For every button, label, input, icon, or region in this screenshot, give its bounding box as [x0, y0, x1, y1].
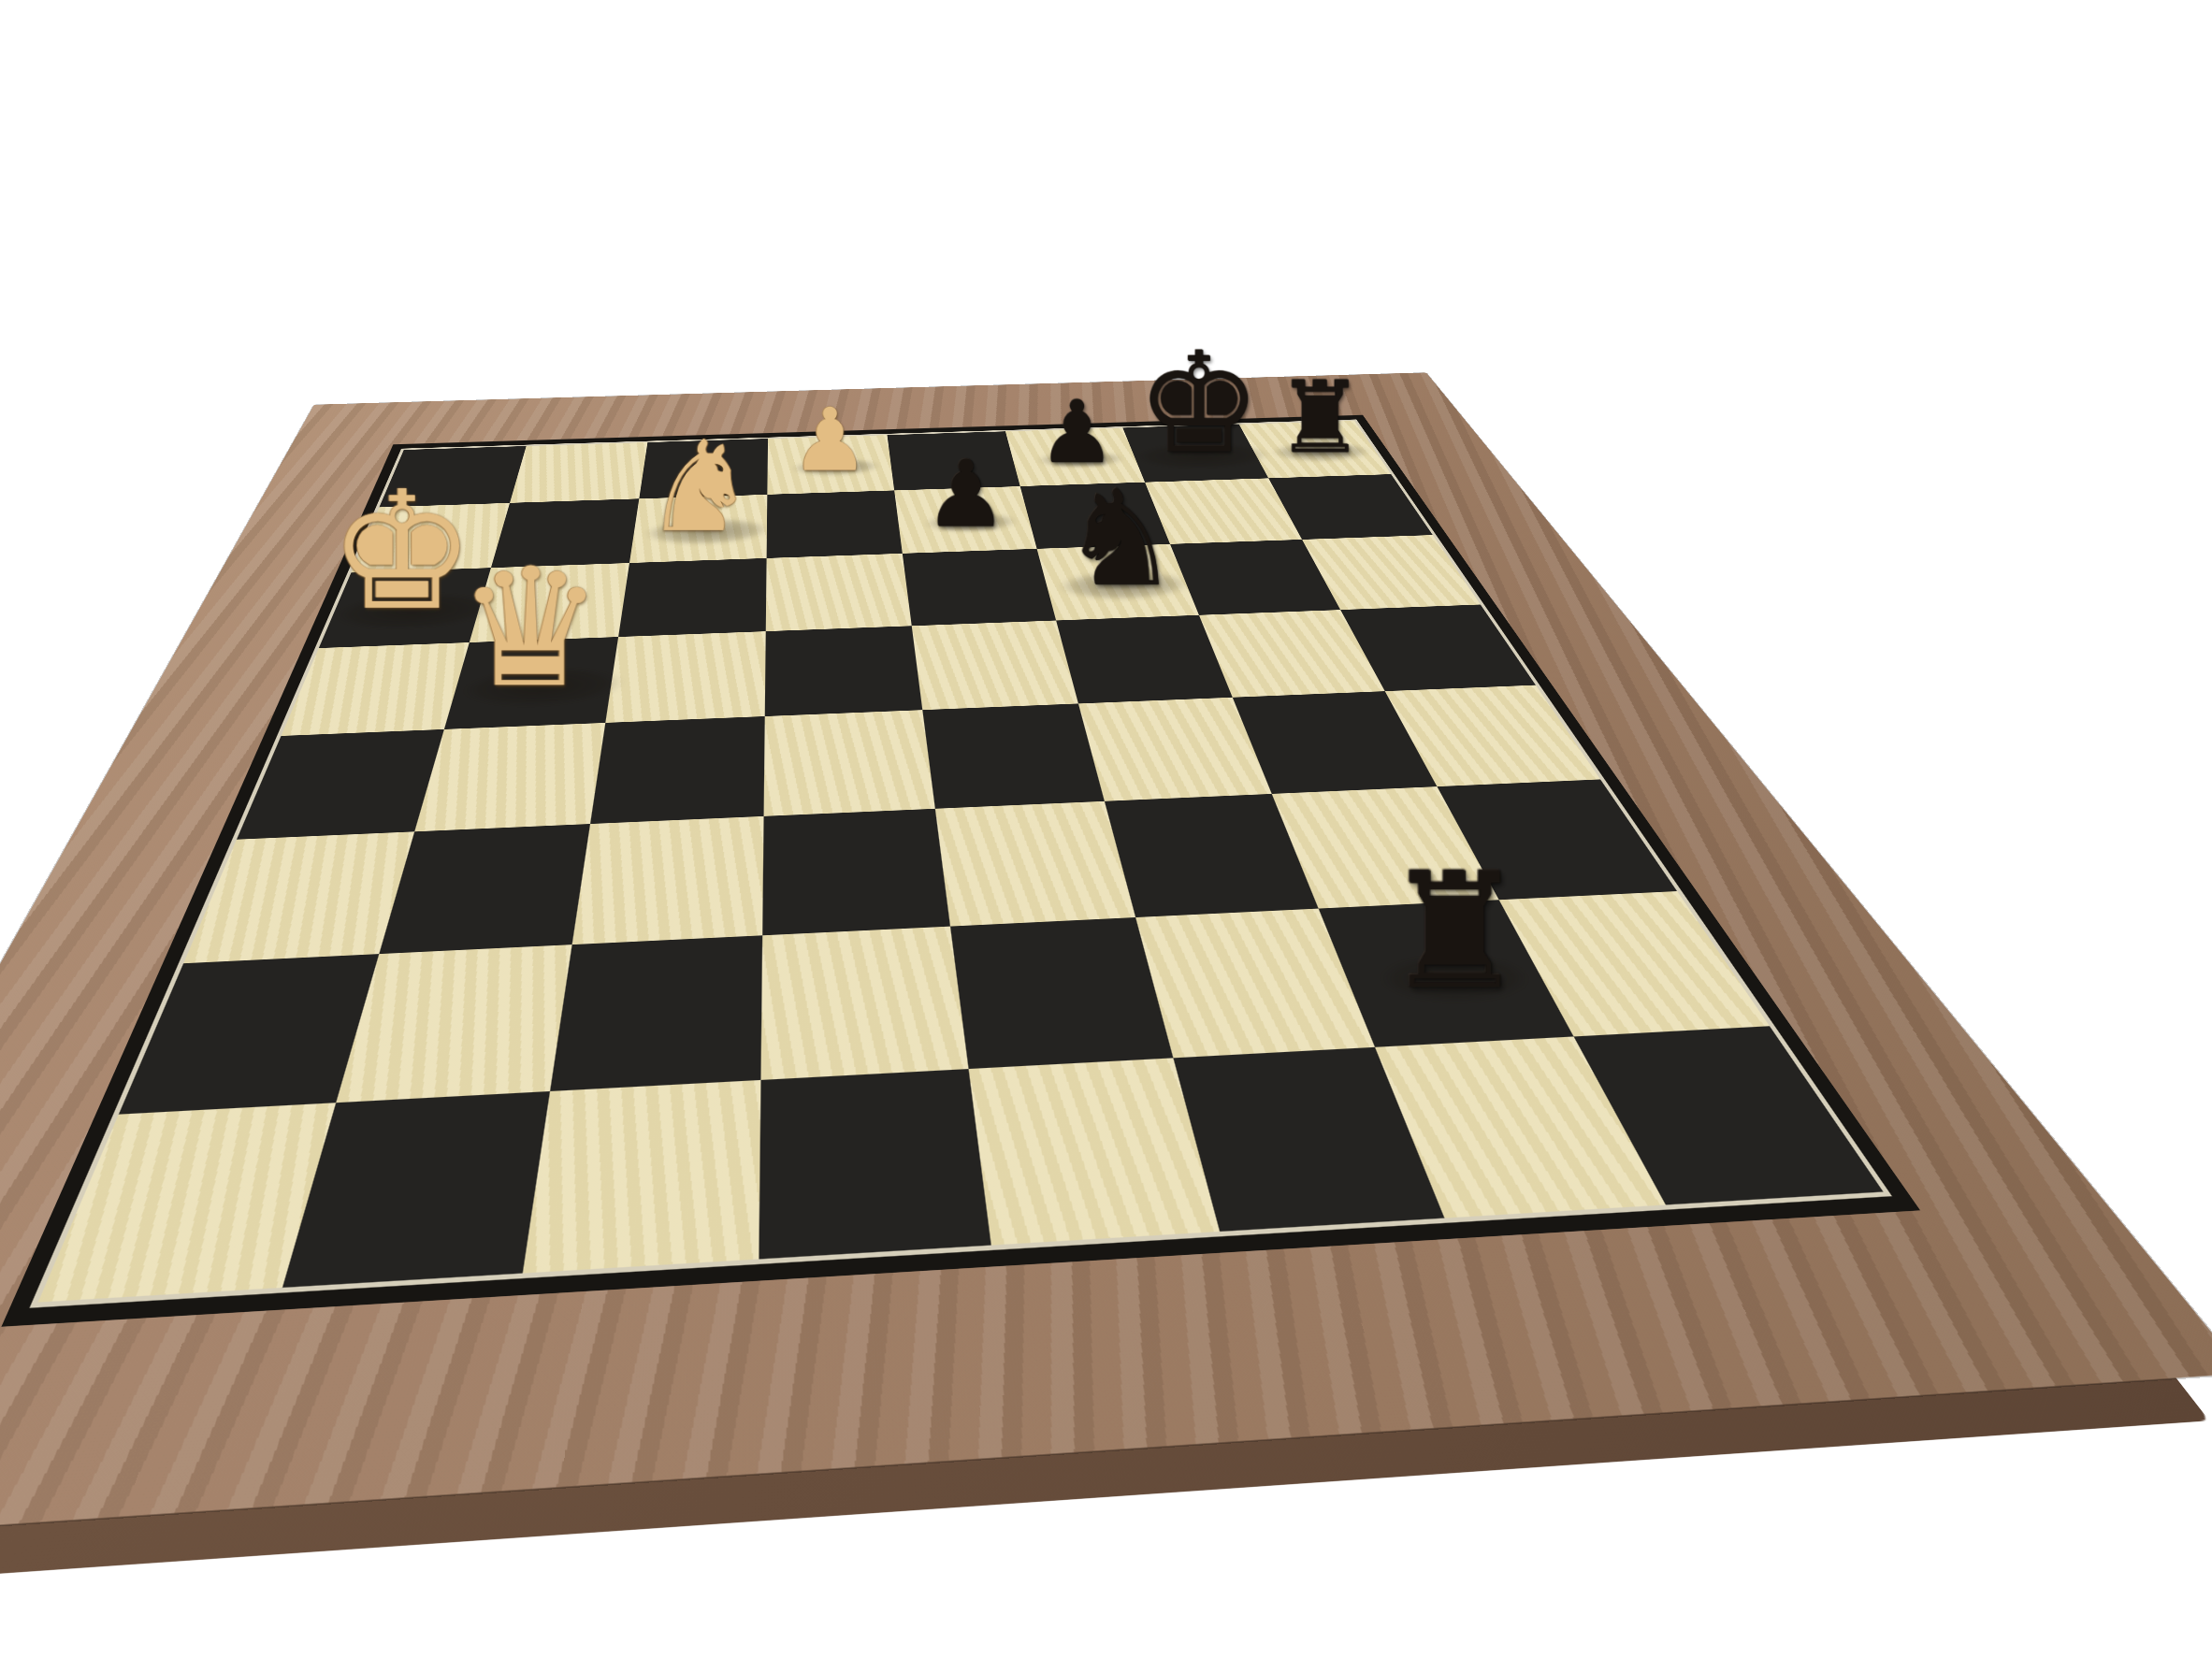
black-pawn-a6[interactable]: ♟: [1039, 391, 1116, 472]
board-grid: [38, 421, 1884, 1303]
square-d3[interactable]: [605, 631, 765, 723]
square-f2[interactable]: [379, 824, 590, 954]
square-c3[interactable]: [618, 558, 766, 637]
square-f4[interactable]: [762, 809, 950, 936]
black-rook-a8[interactable]: ♜: [1276, 371, 1365, 466]
scene: ♚♛♞♟♟♟♞♚♜♜: [0, 0, 2212, 1658]
square-c4[interactable]: [766, 554, 912, 631]
square-f3[interactable]: [572, 816, 764, 944]
square-e1[interactable]: [237, 729, 444, 840]
square-e3[interactable]: [590, 716, 765, 824]
square-h3[interactable]: [523, 1080, 761, 1274]
black-pawn-b5[interactable]: ♟: [925, 450, 1007, 538]
square-e4[interactable]: [764, 710, 935, 816]
black-king-a7[interactable]: ♚: [1137, 338, 1262, 469]
square-d1[interactable]: [282, 642, 470, 736]
white-knight-b3[interactable]: ♞: [643, 428, 756, 547]
chessboard: ♚♛♞♟♟♟♞♚♜♜: [0, 372, 2212, 1547]
white-pawn-a4[interactable]: ♟: [791, 398, 869, 481]
square-d4[interactable]: [765, 626, 923, 716]
square-a2[interactable]: [510, 442, 647, 503]
board-frame: ♚♛♞♟♟♟♞♚♜♜: [0, 372, 2212, 1547]
black-knight-c6[interactable]: ♞: [1062, 476, 1180, 602]
square-g3[interactable]: [550, 935, 762, 1091]
square-f5[interactable]: [935, 801, 1135, 927]
black-rook-g7[interactable]: ♜: [1383, 856, 1526, 1008]
white-queen-d2[interactable]: ♛: [457, 551, 604, 706]
square-f1[interactable]: [183, 831, 414, 963]
square-h4[interactable]: [759, 1069, 990, 1259]
square-g6[interactable]: [1135, 909, 1375, 1059]
square-b4[interactable]: [767, 490, 903, 557]
square-e2[interactable]: [414, 723, 605, 831]
square-g4[interactable]: [760, 927, 968, 1080]
white-king-c1[interactable]: ♚: [329, 473, 476, 628]
square-g5[interactable]: [950, 917, 1173, 1069]
square-c5[interactable]: [903, 549, 1056, 626]
square-e5[interactable]: [922, 703, 1105, 808]
square-d5[interactable]: [912, 621, 1078, 711]
